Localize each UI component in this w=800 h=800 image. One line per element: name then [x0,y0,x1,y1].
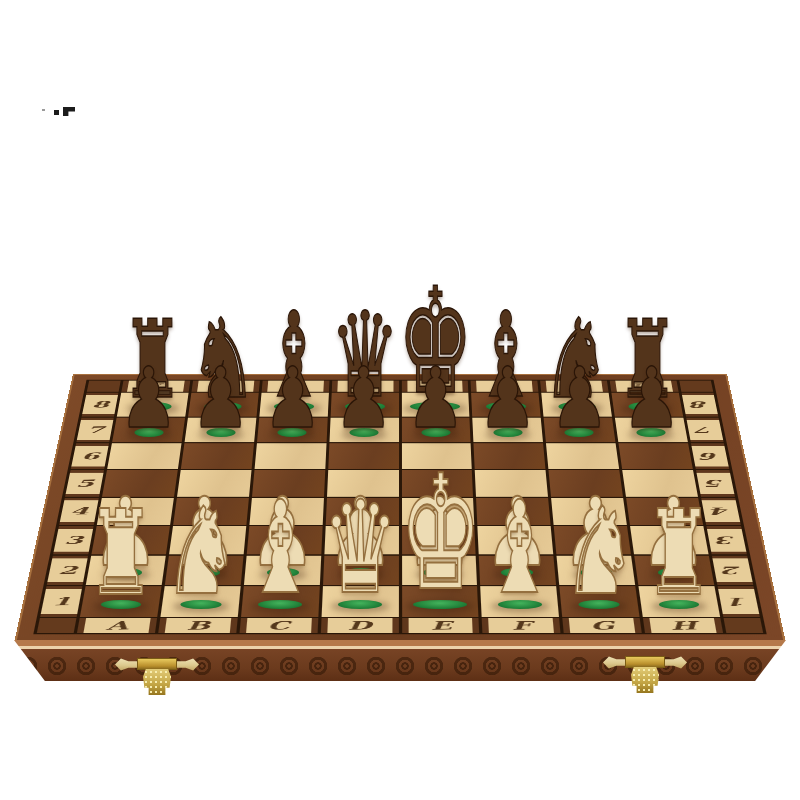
photo-artifact-dot [42,109,45,111]
piece-black-pawn-h7[interactable]: ♟ [581,356,721,440]
clasp-latch [143,669,171,695]
rank-label-left-6: 6 [71,443,109,469]
square-a6[interactable] [107,443,181,469]
clasp-plate-core [625,656,665,668]
label-text: 6 [81,451,99,461]
label-text: 6 [700,451,719,460]
square-g6[interactable] [546,443,619,469]
rank-label-right-6: 6 [691,443,729,469]
photo-artifact-square [54,110,59,115]
piece-white-rook-h1[interactable]: ♜ [609,494,749,612]
border-corner [37,618,77,633]
label-text: B [186,620,210,632]
black-pawn-glyph: ♟ [622,356,681,440]
clasp-plate-core [137,658,177,670]
brass-clasp-left [115,655,199,701]
brass-clasp-right [603,653,687,699]
product-photo-stage: ABCDEFGH8877665544332211ABCDEFGH ♜♞♝♛♚♝♞… [0,0,800,800]
border-corner [724,618,764,633]
photo-artifact-mark [63,107,75,116]
label-text: G [589,620,616,632]
square-c6[interactable] [254,443,326,469]
square-b6[interactable] [181,443,254,469]
square-h6[interactable] [619,443,693,469]
white-rook-glyph: ♜ [645,494,713,612]
clasp-latch [631,667,659,693]
